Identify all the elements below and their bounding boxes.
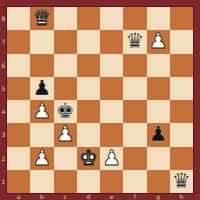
square-g6[interactable]: [147, 54, 170, 77]
square-g4[interactable]: [147, 100, 170, 123]
piece-black-pawn-b5[interactable]: ♟: [32, 77, 51, 98]
square-b4[interactable]: ♟: [30, 100, 53, 123]
square-b5[interactable]: ♟: [30, 77, 53, 100]
square-a8[interactable]: [7, 7, 30, 30]
square-e2[interactable]: ♟: [100, 147, 123, 170]
square-c4[interactable]: ♚: [54, 100, 77, 123]
square-c6[interactable]: [54, 54, 77, 77]
rank-label-1: 1: [0, 170, 7, 193]
square-a1[interactable]: [7, 170, 30, 193]
square-e7[interactable]: [100, 30, 123, 53]
square-d3[interactable]: [77, 123, 100, 146]
square-h8[interactable]: [170, 7, 193, 30]
piece-white-pawn-b4[interactable]: ♟: [32, 101, 51, 122]
piece-white-king-d2[interactable]: ♚: [79, 147, 98, 168]
square-h5[interactable]: [170, 77, 193, 100]
rank-labels: 87654321: [0, 7, 7, 193]
piece-white-pawn-c3[interactable]: ♟: [56, 124, 75, 145]
file-label-f: f: [123, 193, 146, 200]
square-g8[interactable]: [147, 7, 170, 30]
rank-label-5: 5: [0, 77, 7, 100]
square-h4[interactable]: [170, 100, 193, 123]
square-f6[interactable]: [123, 54, 146, 77]
square-g1[interactable]: [147, 170, 170, 193]
rank-label-8: 8: [0, 7, 7, 30]
square-h6[interactable]: [170, 54, 193, 77]
chess-board: ♛♛♟♟♟♚♟♟♟♚♟♛: [7, 7, 193, 193]
square-e1[interactable]: [100, 170, 123, 193]
piece-white-pawn-e2[interactable]: ♟: [102, 147, 121, 168]
file-label-b: b: [30, 193, 53, 200]
rank-label-2: 2: [0, 147, 7, 170]
square-d8[interactable]: [77, 7, 100, 30]
file-label-c: c: [54, 193, 77, 200]
square-h7[interactable]: [170, 30, 193, 53]
square-d1[interactable]: [77, 170, 100, 193]
square-d7[interactable]: [77, 30, 100, 53]
square-c8[interactable]: [54, 7, 77, 30]
square-g7[interactable]: ♟: [147, 30, 170, 53]
square-a2[interactable]: [7, 147, 30, 170]
piece-white-pawn-b2[interactable]: ♟: [32, 147, 51, 168]
square-b1[interactable]: [30, 170, 53, 193]
rank-label-6: 6: [0, 54, 7, 77]
square-f5[interactable]: [123, 77, 146, 100]
square-f2[interactable]: [123, 147, 146, 170]
square-a4[interactable]: [7, 100, 30, 123]
square-a6[interactable]: [7, 54, 30, 77]
square-h3[interactable]: [170, 123, 193, 146]
file-label-g: g: [147, 193, 170, 200]
rank-label-3: 3: [0, 123, 7, 146]
piece-white-pawn-g7[interactable]: ♟: [149, 31, 168, 52]
file-label-h: h: [170, 193, 193, 200]
chess-board-frame: ♛♛♟♟♟♚♟♟♟♚♟♛ 87654321 abcdefgh: [0, 0, 200, 200]
square-f1[interactable]: [123, 170, 146, 193]
square-f8[interactable]: [123, 7, 146, 30]
file-labels: abcdefgh: [7, 193, 193, 200]
rank-label-7: 7: [0, 30, 7, 53]
square-e8[interactable]: [100, 7, 123, 30]
square-a5[interactable]: [7, 77, 30, 100]
square-h1[interactable]: ♛: [170, 170, 193, 193]
square-b6[interactable]: [30, 54, 53, 77]
square-g3[interactable]: ♟: [147, 123, 170, 146]
square-c1[interactable]: [54, 170, 77, 193]
square-a7[interactable]: [7, 30, 30, 53]
square-h2[interactable]: [170, 147, 193, 170]
square-c3[interactable]: ♟: [54, 123, 77, 146]
square-b3[interactable]: [30, 123, 53, 146]
square-f3[interactable]: [123, 123, 146, 146]
piece-black-pawn-g3[interactable]: ♟: [149, 124, 168, 145]
square-d5[interactable]: [77, 77, 100, 100]
square-b8[interactable]: ♛: [30, 7, 53, 30]
square-e5[interactable]: [100, 77, 123, 100]
square-c2[interactable]: [54, 147, 77, 170]
piece-black-king-c4[interactable]: ♚: [56, 101, 75, 122]
file-label-e: e: [100, 193, 123, 200]
square-d6[interactable]: [77, 54, 100, 77]
square-a3[interactable]: [7, 123, 30, 146]
rank-label-4: 4: [0, 100, 7, 123]
square-g2[interactable]: [147, 147, 170, 170]
square-e3[interactable]: [100, 123, 123, 146]
square-g5[interactable]: [147, 77, 170, 100]
square-d2[interactable]: ♚: [77, 147, 100, 170]
square-f4[interactable]: [123, 100, 146, 123]
square-b7[interactable]: [30, 30, 53, 53]
piece-black-queen-f7[interactable]: ♛: [125, 31, 144, 52]
square-f7[interactable]: ♛: [123, 30, 146, 53]
piece-white-queen-b8[interactable]: ♛: [32, 8, 51, 29]
square-d4[interactable]: [77, 100, 100, 123]
square-e6[interactable]: [100, 54, 123, 77]
file-label-d: d: [77, 193, 100, 200]
file-label-a: a: [7, 193, 30, 200]
square-c7[interactable]: [54, 30, 77, 53]
piece-black-queen-h1[interactable]: ♛: [172, 170, 191, 191]
square-b2[interactable]: ♟: [30, 147, 53, 170]
square-e4[interactable]: [100, 100, 123, 123]
square-c5[interactable]: [54, 77, 77, 100]
